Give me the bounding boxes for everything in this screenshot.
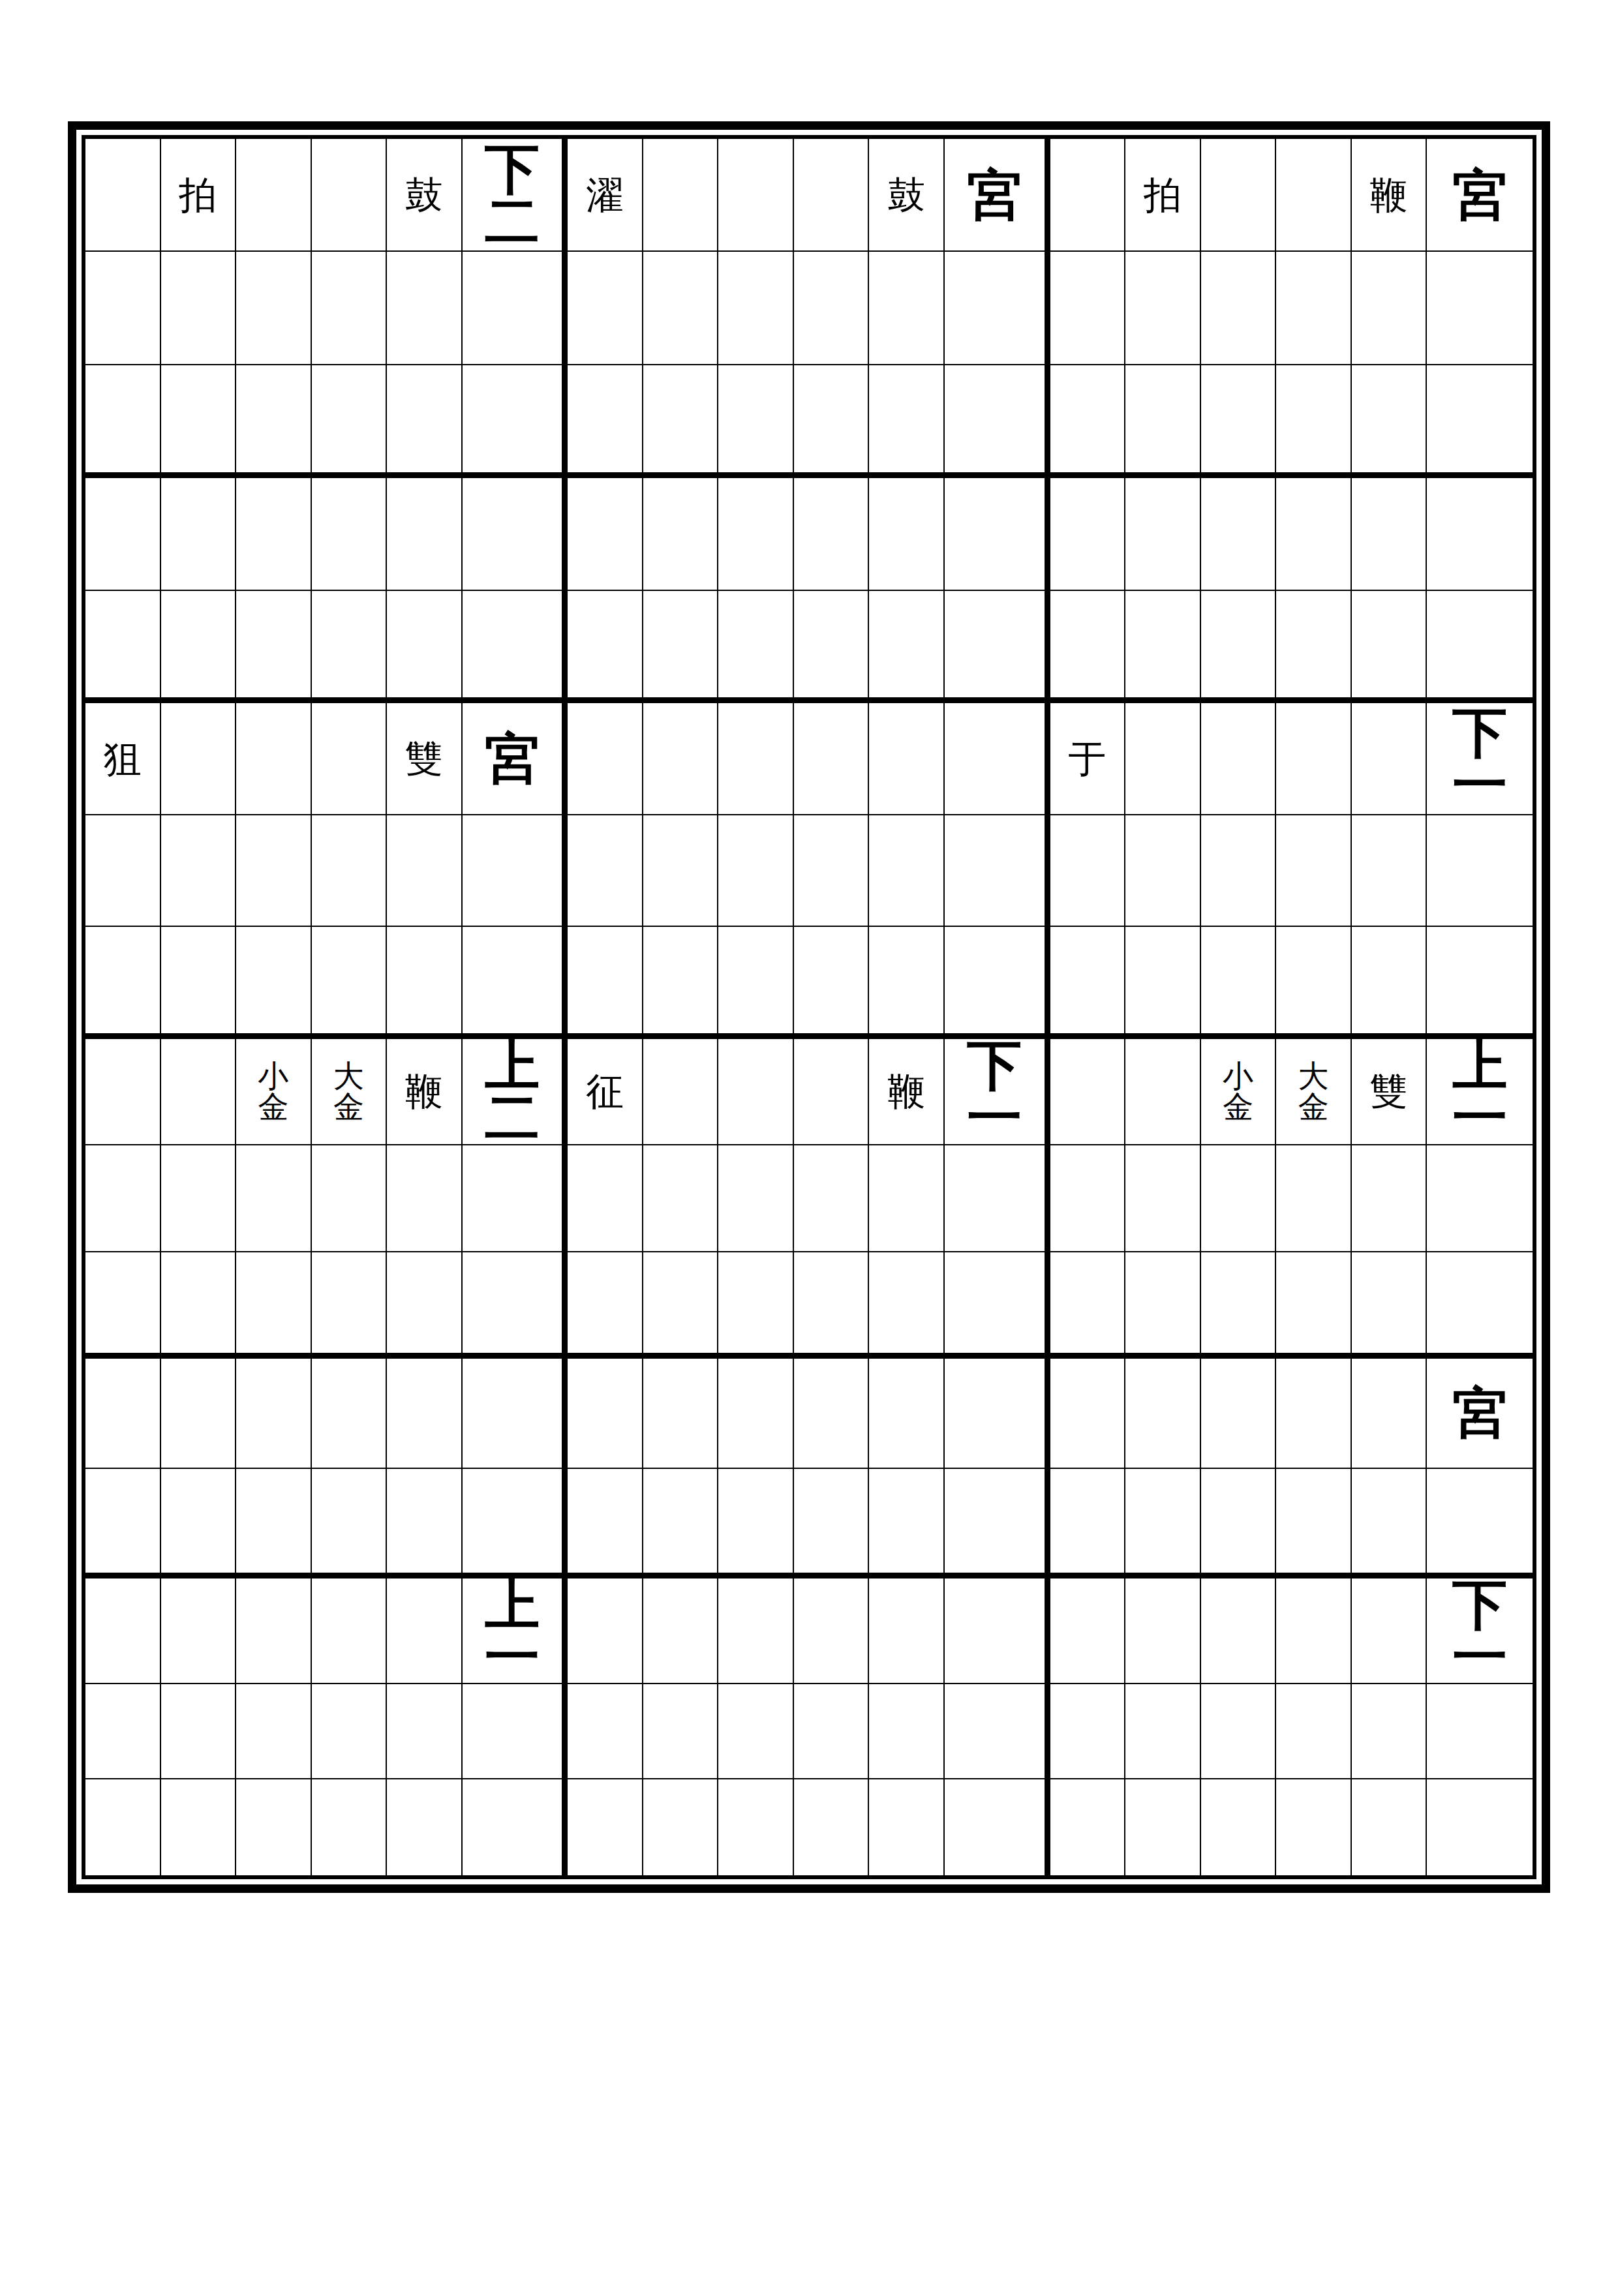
grid-cell xyxy=(718,1359,794,1468)
grid-cell xyxy=(869,927,945,1038)
grid-cell xyxy=(1201,1779,1277,1875)
grid-cell xyxy=(794,1359,870,1468)
grid-cell xyxy=(1201,1359,1277,1468)
grid-cell xyxy=(945,1779,1050,1875)
grid-cell xyxy=(794,139,870,252)
grid-cell xyxy=(85,591,161,703)
grid-cell xyxy=(643,1359,719,1468)
grid-cell xyxy=(1276,1359,1352,1468)
grid-cell xyxy=(1125,1779,1201,1875)
grid-cell xyxy=(1276,1779,1352,1875)
grid-cell xyxy=(1125,1359,1201,1468)
grid-cell: 小金 xyxy=(1201,1039,1277,1146)
grid-cell xyxy=(1276,1145,1352,1252)
grid-cell: 上二 xyxy=(463,1039,568,1146)
grid-cell xyxy=(463,815,568,927)
grid-cell xyxy=(1050,1469,1126,1578)
notation-glyph: 二 xyxy=(485,195,540,247)
grid-cell xyxy=(945,1359,1050,1468)
grid-cell xyxy=(869,1469,945,1578)
grid-cell xyxy=(869,1779,945,1875)
grid-cell xyxy=(1125,252,1201,365)
grid-cell xyxy=(1276,139,1352,252)
grid-cell xyxy=(85,927,161,1038)
grid-cell xyxy=(463,1469,568,1578)
grid-cell xyxy=(1427,1684,1533,1780)
grid-cell xyxy=(463,1359,568,1468)
notation-glyph: 宮 xyxy=(1452,1387,1507,1439)
grid-cell xyxy=(1125,1145,1201,1252)
grid-cell xyxy=(794,365,870,478)
grid-cell xyxy=(794,252,870,365)
notation-glyph: 一 xyxy=(1452,759,1507,811)
grid-cell xyxy=(1050,1779,1126,1875)
grid-cell xyxy=(161,927,237,1038)
grid-cell xyxy=(643,1684,719,1780)
grid-cell xyxy=(568,1252,643,1359)
notation-glyph: 于 xyxy=(1068,740,1106,778)
grid-cell xyxy=(161,815,237,927)
grid-cell xyxy=(568,1145,643,1252)
grid-cell xyxy=(1427,927,1533,1038)
grid-cell xyxy=(236,139,312,252)
grid-cell xyxy=(869,478,945,590)
grid-cell xyxy=(236,1359,312,1468)
grid-cell xyxy=(568,815,643,927)
grid-cell xyxy=(1427,478,1533,590)
notation-glyph: 征 xyxy=(586,1072,624,1110)
grid-cell: 鞭 xyxy=(1352,139,1427,252)
grid-cell xyxy=(643,1578,719,1684)
grid-cell xyxy=(643,1252,719,1359)
grid-cell xyxy=(1201,591,1277,703)
grid-cell xyxy=(387,1684,463,1780)
grid-cell xyxy=(1427,591,1533,703)
grid-cell xyxy=(85,365,161,478)
grid-cell xyxy=(945,1145,1050,1252)
grid-cell xyxy=(718,365,794,478)
grid-cell xyxy=(1276,1578,1352,1684)
notation-glyph: 一 xyxy=(1452,1091,1507,1143)
grid-cell xyxy=(1352,252,1427,365)
grid-cell xyxy=(161,1252,237,1359)
grid-cell xyxy=(312,927,388,1038)
grid-cell: 下二 xyxy=(463,139,568,252)
grid-cell xyxy=(1201,139,1277,252)
grid-cell xyxy=(387,1359,463,1468)
grid-cell: 宮 xyxy=(945,139,1050,252)
grid-cell xyxy=(161,1578,237,1684)
grid-cell xyxy=(1125,927,1201,1038)
grid-cell xyxy=(568,478,643,590)
grid-cell xyxy=(794,927,870,1038)
grid-cell xyxy=(85,1252,161,1359)
grid-cell xyxy=(161,1359,237,1468)
grid-cell xyxy=(794,591,870,703)
grid-cell xyxy=(387,252,463,365)
grid-cell xyxy=(161,1145,237,1252)
grid-cell: 雙 xyxy=(387,703,463,815)
grid-cell xyxy=(794,1145,870,1252)
grid-cell xyxy=(869,591,945,703)
grid-cell xyxy=(718,478,794,590)
grid-cell xyxy=(463,1252,568,1359)
grid-cell xyxy=(387,1469,463,1578)
grid-cell xyxy=(945,1578,1050,1684)
notation-glyph: 下 xyxy=(967,1039,1022,1091)
grid-cell xyxy=(161,1469,237,1578)
grid-cell xyxy=(568,927,643,1038)
grid-cell xyxy=(643,1145,719,1252)
grid-cell xyxy=(1352,1578,1427,1684)
grid-cell: 狙 xyxy=(85,703,161,815)
grid-cell xyxy=(1050,365,1126,478)
grid-cell xyxy=(869,703,945,815)
grid-cell: 大金 xyxy=(1276,1039,1352,1146)
grid-cell xyxy=(794,478,870,590)
grid-cell xyxy=(1201,1469,1277,1578)
grid-cell xyxy=(161,365,237,478)
grid-cell xyxy=(1201,815,1277,927)
grid-cell xyxy=(643,927,719,1038)
grid-cell xyxy=(161,703,237,815)
grid-cell xyxy=(718,1684,794,1780)
grid-cell xyxy=(1276,252,1352,365)
notation-glyph: 金 xyxy=(333,1091,364,1122)
grid-cell xyxy=(1201,1684,1277,1780)
grid-cell xyxy=(869,1684,945,1780)
grid-cell: 鼓 xyxy=(387,139,463,252)
grid-cell: 大金 xyxy=(312,1039,388,1146)
grid-cell xyxy=(718,1039,794,1146)
grid-cell xyxy=(463,252,568,365)
grid-cell xyxy=(1427,365,1533,478)
grid-cell xyxy=(1427,1469,1533,1578)
grid-cell xyxy=(387,591,463,703)
notation-glyph: 上 xyxy=(485,1039,540,1091)
notation-glyph: 鞭 xyxy=(405,1072,443,1110)
grid-cell xyxy=(718,815,794,927)
grid-cell: 宮 xyxy=(1427,139,1533,252)
grid-cell xyxy=(794,1779,870,1875)
grid-cell: 征 xyxy=(568,1039,643,1146)
grid-cell xyxy=(945,252,1050,365)
grid-cell xyxy=(1352,1145,1427,1252)
grid-cell xyxy=(643,1779,719,1875)
grid-cell xyxy=(1352,815,1427,927)
grid-cell xyxy=(794,1469,870,1578)
grid-cell xyxy=(1125,815,1201,927)
grid-cell xyxy=(463,478,568,590)
notation-glyph: 雙 xyxy=(405,740,443,778)
grid-cell xyxy=(643,1469,719,1578)
grid-cell xyxy=(1201,927,1277,1038)
notation-glyph: 狙 xyxy=(104,740,142,778)
grid-cell xyxy=(1276,478,1352,590)
grid-cell xyxy=(1352,703,1427,815)
grid-cell: 下一 xyxy=(1427,1578,1533,1684)
notation-glyph: 上 xyxy=(485,1578,540,1631)
grid-cell xyxy=(85,815,161,927)
grid-cell xyxy=(1050,1039,1126,1146)
grid-cell xyxy=(387,365,463,478)
notation-glyph: 宮 xyxy=(1452,169,1507,221)
grid-cell xyxy=(794,815,870,927)
grid-cell: 于 xyxy=(1050,703,1126,815)
grid-cell xyxy=(1125,703,1201,815)
grid-cell xyxy=(85,139,161,252)
grid-cell xyxy=(236,365,312,478)
grid-cell xyxy=(568,1684,643,1780)
grid-cell xyxy=(387,927,463,1038)
notation-glyph: 下 xyxy=(1452,1578,1507,1631)
grid-cell xyxy=(568,1469,643,1578)
notation-glyph: 鼓 xyxy=(405,176,443,214)
grid-cell xyxy=(718,1779,794,1875)
grid-cell: 下一 xyxy=(1427,703,1533,815)
notation-glyph: 拍 xyxy=(179,176,217,214)
grid-cell xyxy=(1125,478,1201,590)
grid-cell xyxy=(236,1252,312,1359)
grid-cell xyxy=(312,1684,388,1780)
grid-cell xyxy=(794,1578,870,1684)
grid-cell xyxy=(1125,365,1201,478)
grid-cell xyxy=(718,1252,794,1359)
grid-cell: 拍 xyxy=(161,139,237,252)
grid-cell xyxy=(869,1252,945,1359)
grid-cell: 宮 xyxy=(463,703,568,815)
grid-cell xyxy=(1276,1684,1352,1780)
notation-glyph: 拍 xyxy=(1144,176,1182,214)
notation-glyph: 大 xyxy=(333,1061,364,1091)
grid-cell: 濯 xyxy=(568,139,643,252)
grid-cell xyxy=(236,1578,312,1684)
notation-glyph: 一 xyxy=(1452,1631,1507,1683)
grid-cell xyxy=(236,1469,312,1578)
notation-glyph: 大 xyxy=(1298,1061,1328,1091)
grid-cell xyxy=(1125,591,1201,703)
grid-cell xyxy=(85,1779,161,1875)
grid-cell xyxy=(1125,1039,1201,1146)
grid-cell xyxy=(161,591,237,703)
grid-cell xyxy=(1352,1779,1427,1875)
grid-cell xyxy=(236,591,312,703)
grid-cell xyxy=(161,1039,237,1146)
grid-cell xyxy=(236,478,312,590)
grid-cell xyxy=(945,591,1050,703)
grid-cell xyxy=(1352,478,1427,590)
grid-cell xyxy=(869,1578,945,1684)
grid-cell: 拍 xyxy=(1125,139,1201,252)
notation-glyph: 二 xyxy=(485,1091,540,1143)
grid-cell: 上一 xyxy=(1427,1039,1533,1146)
grid-cell xyxy=(85,1359,161,1468)
grid-cell xyxy=(312,815,388,927)
grid-cell xyxy=(463,365,568,478)
grid-cell xyxy=(236,252,312,365)
grid-cell xyxy=(312,703,388,815)
grid-cell xyxy=(869,815,945,927)
grid-cell xyxy=(312,1359,388,1468)
grid-cell: 雙 xyxy=(1352,1039,1427,1146)
grid-cell xyxy=(1276,365,1352,478)
grid-cell xyxy=(945,927,1050,1038)
grid-cell xyxy=(945,1469,1050,1578)
grid-cell xyxy=(312,1578,388,1684)
grid-cell xyxy=(312,1145,388,1252)
grid-cell xyxy=(387,478,463,590)
notation-grid: 拍鼓下二濯鼓宮拍鞭宮狙雙宮于下一小金大金鞭上二征鞭下一小金大金雙上一宮上一下一 xyxy=(85,139,1533,1875)
grid-cell xyxy=(1050,927,1126,1038)
grid-cell xyxy=(643,815,719,927)
grid-cell xyxy=(85,252,161,365)
grid-cell xyxy=(85,1469,161,1578)
notation-glyph: 鞭 xyxy=(1370,176,1408,214)
grid-cell xyxy=(1125,1684,1201,1780)
grid-cell xyxy=(794,1684,870,1780)
grid-cell xyxy=(1427,1145,1533,1252)
grid-cell xyxy=(1201,252,1277,365)
score-page: 拍鼓下二濯鼓宮拍鞭宮狙雙宮于下一小金大金鞭上二征鞭下一小金大金雙上一宮上一下一 xyxy=(0,0,1618,2296)
grid-cell xyxy=(236,703,312,815)
grid-cell xyxy=(568,365,643,478)
grid-cell xyxy=(161,478,237,590)
grid-cell xyxy=(1050,1252,1126,1359)
grid-cell xyxy=(1276,703,1352,815)
grid-cell xyxy=(643,478,719,590)
notation-glyph: 雙 xyxy=(1370,1072,1408,1110)
grid-cell: 鼓 xyxy=(869,139,945,252)
grid-cell: 上一 xyxy=(463,1578,568,1684)
grid-cell xyxy=(869,1145,945,1252)
grid-cell xyxy=(945,365,1050,478)
grid-cell xyxy=(1276,1469,1352,1578)
grid-cell xyxy=(1352,591,1427,703)
grid-cell xyxy=(236,815,312,927)
grid-cell xyxy=(1050,478,1126,590)
grid-cell xyxy=(945,478,1050,590)
grid-cell xyxy=(1201,703,1277,815)
grid-cell xyxy=(1276,591,1352,703)
grid-cell xyxy=(568,591,643,703)
grid-cell xyxy=(387,815,463,927)
grid-cell xyxy=(718,1145,794,1252)
notation-glyph: 一 xyxy=(485,1631,540,1683)
grid-cell xyxy=(568,1578,643,1684)
notation-glyph: 小 xyxy=(1223,1061,1253,1091)
board-inner-frame: 拍鼓下二濯鼓宮拍鞭宮狙雙宮于下一小金大金鞭上二征鞭下一小金大金雙上一宮上一下一 xyxy=(82,135,1536,1879)
grid-cell xyxy=(869,1359,945,1468)
grid-cell: 小金 xyxy=(236,1039,312,1146)
notation-glyph: 宮 xyxy=(485,733,540,785)
grid-cell xyxy=(1050,1145,1126,1252)
grid-cell xyxy=(312,1469,388,1578)
notation-glyph: 下 xyxy=(1452,706,1507,759)
grid-cell xyxy=(1125,1252,1201,1359)
notation-glyph: 上 xyxy=(1452,1039,1507,1091)
grid-cell xyxy=(643,365,719,478)
notation-glyph: 鼓 xyxy=(887,176,925,214)
grid-cell xyxy=(236,1779,312,1875)
grid-cell xyxy=(1352,1252,1427,1359)
grid-cell xyxy=(1352,927,1427,1038)
grid-cell xyxy=(718,591,794,703)
grid-cell xyxy=(568,1779,643,1875)
grid-cell: 宮 xyxy=(1427,1359,1533,1468)
grid-cell xyxy=(463,927,568,1038)
grid-cell xyxy=(643,703,719,815)
grid-cell xyxy=(312,478,388,590)
grid-cell xyxy=(1352,1684,1427,1780)
grid-cell xyxy=(312,1252,388,1359)
grid-cell xyxy=(161,1779,237,1875)
grid-cell xyxy=(236,927,312,1038)
grid-cell xyxy=(387,1145,463,1252)
grid-cell xyxy=(1352,1469,1427,1578)
grid-cell xyxy=(387,1779,463,1875)
grid-cell xyxy=(945,703,1050,815)
grid-cell xyxy=(1427,252,1533,365)
grid-cell xyxy=(718,139,794,252)
grid-cell xyxy=(718,703,794,815)
grid-cell xyxy=(85,1578,161,1684)
grid-cell xyxy=(236,1145,312,1252)
grid-cell xyxy=(1201,365,1277,478)
grid-cell xyxy=(1352,1359,1427,1468)
grid-cell xyxy=(312,139,388,252)
grid-cell xyxy=(1050,1359,1126,1468)
grid-cell xyxy=(718,927,794,1038)
grid-cell xyxy=(568,1359,643,1468)
grid-cell xyxy=(945,815,1050,927)
grid-cell xyxy=(869,365,945,478)
notation-glyph: 一 xyxy=(967,1091,1022,1143)
grid-cell xyxy=(1201,1145,1277,1252)
grid-cell xyxy=(1050,1578,1126,1684)
grid-cell xyxy=(945,1252,1050,1359)
grid-cell xyxy=(643,591,719,703)
grid-cell xyxy=(1201,478,1277,590)
notation-glyph: 金 xyxy=(1298,1091,1328,1122)
grid-cell xyxy=(869,252,945,365)
grid-cell xyxy=(85,478,161,590)
grid-cell xyxy=(1352,365,1427,478)
grid-cell xyxy=(312,1779,388,1875)
grid-cell: 下一 xyxy=(945,1039,1050,1146)
grid-cell xyxy=(718,252,794,365)
grid-cell xyxy=(312,591,388,703)
grid-cell xyxy=(1125,1578,1201,1684)
grid-cell xyxy=(312,365,388,478)
notation-glyph: 小 xyxy=(258,1061,288,1091)
notation-glyph: 宮 xyxy=(967,169,1022,221)
grid-cell xyxy=(568,252,643,365)
grid-cell: 鞭 xyxy=(387,1039,463,1146)
grid-cell xyxy=(1276,1252,1352,1359)
grid-cell xyxy=(945,1684,1050,1780)
grid-cell xyxy=(85,1684,161,1780)
grid-cell xyxy=(643,252,719,365)
notation-glyph: 鞭 xyxy=(887,1072,925,1110)
grid-cell xyxy=(1201,1252,1277,1359)
notation-glyph: 下 xyxy=(485,143,540,195)
grid-cell xyxy=(1050,252,1126,365)
grid-cell xyxy=(161,1684,237,1780)
notation-glyph: 濯 xyxy=(586,176,624,214)
grid-cell xyxy=(85,1145,161,1252)
grid-cell xyxy=(236,1684,312,1780)
grid-cell xyxy=(312,252,388,365)
